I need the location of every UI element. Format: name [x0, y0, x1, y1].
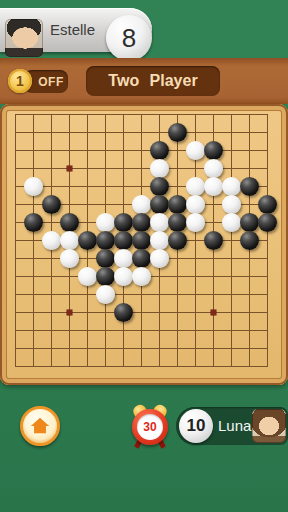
black-stone — [258, 195, 278, 215]
black-stone — [42, 195, 62, 215]
player1-info-bar: Estelle 8 — [0, 8, 152, 52]
black-stone — [24, 213, 44, 233]
player2-name: Luna — [218, 407, 251, 445]
player1-avatar — [5, 19, 43, 57]
timer-value: 30 — [137, 414, 163, 440]
timer-clock: 30 — [130, 404, 170, 448]
star-point — [67, 310, 72, 315]
star-point — [211, 310, 216, 315]
mode-title: Two Player — [86, 66, 220, 96]
white-stone — [24, 177, 44, 197]
player2-score: 10 — [187, 416, 206, 436]
gomoku-board[interactable] — [0, 104, 288, 385]
player1-score-ball: 8 — [106, 15, 152, 61]
coin-icon: 1 — [8, 69, 32, 93]
player2-score-ball: 10 — [179, 409, 213, 443]
star-point — [67, 166, 72, 171]
black-stone — [258, 213, 278, 233]
home-button[interactable] — [20, 406, 60, 446]
player2-avatar — [252, 409, 286, 443]
alarm-clock-icon: 30 — [132, 409, 168, 445]
home-icon — [29, 415, 51, 437]
player1-score: 8 — [122, 23, 136, 54]
game-screen: Estelle 8 1 OFF Two Player 30 10 Luna — [0, 0, 288, 512]
player1-name: Estelle — [50, 8, 95, 52]
